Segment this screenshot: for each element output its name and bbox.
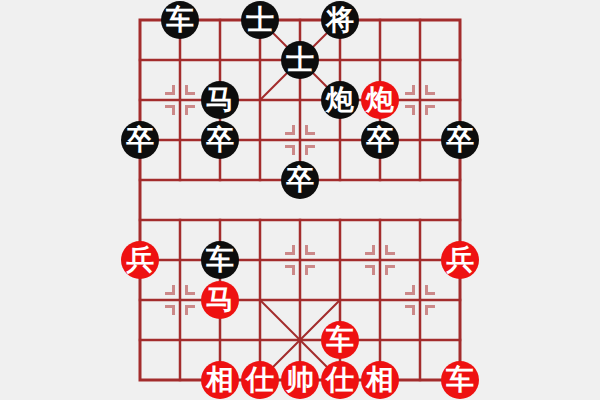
piece-red-chariot[interactable]: 车 — [321, 321, 359, 359]
piece-red-pawn[interactable]: 兵 — [441, 241, 479, 279]
piece-black-pawn[interactable]: 卒 — [361, 121, 399, 159]
piece-red-advisor[interactable]: 仕 — [241, 361, 279, 399]
piece-black-pawn[interactable]: 卒 — [441, 121, 479, 159]
piece-black-pawn[interactable]: 卒 — [281, 161, 319, 199]
piece-red-elephant[interactable]: 相 — [361, 361, 399, 399]
piece-black-chariot[interactable]: 车 — [161, 1, 199, 39]
piece-black-pawn[interactable]: 卒 — [121, 121, 159, 159]
piece-black-advisor[interactable]: 士 — [241, 1, 279, 39]
piece-black-king[interactable]: 将 — [321, 1, 359, 39]
piece-black-advisor[interactable]: 士 — [281, 41, 319, 79]
piece-red-king[interactable]: 帅 — [281, 361, 319, 399]
piece-red-cannon[interactable]: 炮 — [361, 81, 399, 119]
piece-black-chariot[interactable]: 车 — [201, 241, 239, 279]
page-background: 车士将士马炮炮卒卒卒卒卒兵车兵马车相仕帅仕相车 — [0, 0, 600, 400]
xiangqi-board[interactable]: 车士将士马炮炮卒卒卒卒卒兵车兵马车相仕帅仕相车 — [140, 20, 460, 380]
piece-black-pawn[interactable]: 卒 — [201, 121, 239, 159]
piece-red-chariot[interactable]: 车 — [441, 361, 479, 399]
piece-red-advisor[interactable]: 仕 — [321, 361, 359, 399]
piece-red-pawn[interactable]: 兵 — [121, 241, 159, 279]
piece-red-elephant[interactable]: 相 — [201, 361, 239, 399]
piece-black-cannon[interactable]: 炮 — [321, 81, 359, 119]
piece-black-horse[interactable]: 马 — [201, 81, 239, 119]
piece-red-horse[interactable]: 马 — [201, 281, 239, 319]
